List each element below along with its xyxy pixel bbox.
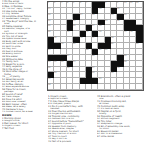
- clue-number: 29: [48, 30, 50, 32]
- clue-number: 64: [48, 83, 50, 85]
- clue-number: 35: [54, 36, 56, 38]
- clue-number: 45: [99, 48, 101, 50]
- clue-number: 1: [48, 1, 49, 3]
- clue-number: 4: [67, 1, 68, 3]
- clue-number: 51: [54, 60, 56, 62]
- clue-line: 42 Part of a process: [48, 140, 95, 143]
- clue-number: 59: [54, 71, 56, 73]
- clue-number: 37: [92, 36, 94, 38]
- clue-number: 11: [130, 1, 132, 3]
- clue-number: 28: [99, 24, 101, 26]
- clue-number: 14: [99, 7, 101, 9]
- clue-number: 44: [86, 48, 88, 50]
- clue-number: 6: [80, 1, 81, 3]
- clue-number: 49: [124, 54, 126, 56]
- clue-number: 36: [80, 36, 82, 38]
- clue-number: 34: [130, 30, 132, 32]
- clue-number: 23: [105, 19, 107, 21]
- clue-number: 43: [48, 48, 50, 50]
- clue-number: 13: [48, 7, 50, 9]
- clue-number: 25: [48, 24, 50, 26]
- clue-number: 41: [111, 42, 113, 44]
- clue-line: 7 Tart fruit: [2, 127, 47, 130]
- clue-number: 5: [73, 1, 74, 3]
- clue-number: 30: [67, 30, 69, 32]
- clue-number: 31: [86, 30, 88, 32]
- across-clues-list: 4 On the wings6 Hot time in Paris9 Wee, …: [2, 0, 47, 113]
- clue-number: 15: [117, 7, 119, 9]
- down-clues-list: 5 Angel's crown6 Squirrel's stash7 It ma…: [48, 95, 95, 143]
- clue-number: 62: [48, 77, 50, 79]
- clue-number: 16: [48, 13, 50, 15]
- clue-number: 18: [92, 13, 94, 15]
- clue-number: 22: [73, 19, 75, 21]
- clue-number: 46: [105, 48, 107, 50]
- clue-line: 67 Little rascal: [97, 135, 149, 138]
- clue-number: 27: [92, 24, 94, 26]
- grid-cell: [136, 84, 142, 90]
- clue-line: 71 Comes round, as a deal: [2, 111, 47, 114]
- clue-number: 12: [136, 1, 138, 3]
- clue-number: 3: [61, 1, 62, 3]
- puzzle-page: { "game": "crossword", "grid": { "rows":…: [0, 0, 150, 150]
- clue-number: 2: [54, 1, 55, 3]
- clue-number: 32: [99, 30, 101, 32]
- clue-number: 52: [61, 60, 63, 62]
- clue-number: 56: [67, 66, 69, 68]
- clue-number: 42: [136, 42, 138, 44]
- clue-number: 19: [111, 13, 113, 15]
- clue-number: 50: [48, 60, 50, 62]
- clue-number: 60: [92, 71, 94, 73]
- clue-number: 54: [124, 60, 126, 62]
- clue-number: 26: [73, 24, 75, 26]
- clue-number: 40: [73, 42, 75, 44]
- clue-number: 39: [61, 42, 63, 44]
- clue-number: 48: [92, 54, 94, 56]
- down-clues-list: 40 Brainstorm, often a grand one41 Cross…: [97, 95, 149, 138]
- bottom-clue-column-right: 40 Brainstorm, often a grand one41 Cross…: [97, 95, 149, 138]
- clue-number: 61: [111, 71, 113, 73]
- clue-number: 63: [99, 77, 101, 79]
- clue-number: 17: [80, 13, 82, 15]
- clue-number: 33: [124, 30, 126, 32]
- clue-number: 53: [73, 60, 75, 62]
- clue-number: 10: [124, 1, 126, 3]
- crossword-grid: 1234567891011121314151617181920212223242…: [47, 1, 144, 91]
- left-clue-column: 4 On the wings6 Hot time in Paris9 Wee, …: [2, 0, 47, 130]
- clue-number: 57: [92, 66, 94, 68]
- clue-number: 38: [111, 36, 113, 38]
- clue-number: 20: [124, 13, 126, 15]
- down-clues-list: 1 Morning drops2 Sought office3 Deli loa…: [2, 117, 47, 130]
- clue-number: 21: [48, 19, 50, 21]
- clue-number: 24: [117, 19, 119, 21]
- clue-number: 55: [48, 66, 50, 68]
- clue-number: 9: [117, 1, 118, 3]
- bottom-clue-column-left: 5 Angel's crown6 Squirrel's stash7 It ma…: [48, 95, 95, 143]
- clue-number: 47: [67, 54, 69, 56]
- clue-number: 7: [86, 1, 87, 3]
- clue-number: 8: [105, 1, 106, 3]
- clue-number: 58: [117, 66, 119, 68]
